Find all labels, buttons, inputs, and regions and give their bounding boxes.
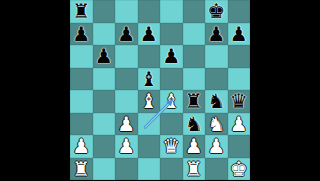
square-d3[interactable] (138, 113, 161, 136)
square-d6[interactable] (138, 45, 161, 68)
piece-black-pawn[interactable]: ♟ (230, 22, 248, 45)
piece-black-knight[interactable]: ♞ (185, 112, 203, 135)
letterbox-left (0, 0, 70, 180)
piece-white-king[interactable]: ♚ (230, 157, 248, 180)
square-g4[interactable]: ♞ (205, 90, 228, 113)
square-d5[interactable]: ♝ (138, 68, 161, 91)
piece-white-pawn[interactable]: ♟ (117, 112, 135, 135)
square-f4[interactable]: ♜ (183, 90, 206, 113)
piece-white-bishop[interactable]: ♝ (162, 90, 180, 113)
letterbox-right (250, 0, 320, 180)
piece-black-rook[interactable]: ♜ (185, 90, 203, 113)
square-a8[interactable]: ♜ (70, 0, 93, 23)
square-c1[interactable] (115, 158, 138, 181)
piece-white-pawn[interactable]: ♟ (207, 135, 225, 158)
piece-white-pawn[interactable]: ♟ (117, 135, 135, 158)
square-g8[interactable]: ♚ (205, 0, 228, 23)
piece-black-bishop[interactable]: ♝ (140, 67, 158, 90)
square-f6[interactable] (183, 45, 206, 68)
square-d7[interactable]: ♟ (138, 23, 161, 46)
square-h8[interactable] (228, 0, 251, 23)
square-b2[interactable] (93, 135, 116, 158)
piece-black-queen[interactable]: ♛ (230, 90, 248, 113)
square-b8[interactable] (93, 0, 116, 23)
square-a5[interactable] (70, 68, 93, 91)
square-h4[interactable]: ♛ (228, 90, 251, 113)
square-h1[interactable]: ♚ (228, 158, 251, 181)
piece-black-knight[interactable]: ♞ (207, 90, 225, 113)
square-g3[interactable]: ♞ (205, 113, 228, 136)
square-f7[interactable] (183, 23, 206, 46)
square-e6[interactable]: ♟ (160, 45, 183, 68)
square-g5[interactable] (205, 68, 228, 91)
square-c3[interactable]: ♟ (115, 113, 138, 136)
square-f2[interactable]: ♟ (183, 135, 206, 158)
piece-white-pawn[interactable]: ♟ (230, 112, 248, 135)
square-f8[interactable] (183, 0, 206, 23)
square-h6[interactable] (228, 45, 251, 68)
square-a1[interactable]: ♜ (70, 158, 93, 181)
piece-black-pawn[interactable]: ♟ (72, 22, 90, 45)
piece-white-rook[interactable]: ♜ (185, 157, 203, 180)
square-b3[interactable] (93, 113, 116, 136)
square-a4[interactable] (70, 90, 93, 113)
piece-white-pawn[interactable]: ♟ (72, 135, 90, 158)
piece-black-pawn[interactable]: ♟ (162, 45, 180, 68)
piece-black-pawn[interactable]: ♟ (140, 22, 158, 45)
piece-white-knight[interactable]: ♞ (207, 112, 225, 135)
square-e5[interactable] (160, 68, 183, 91)
board: ♜♚♟♟♟♟♟♟♟♝♝♝♜♞♛♟♞♞♟♟♟♛♟♟♜♜♚ (70, 0, 250, 180)
square-a6[interactable] (70, 45, 93, 68)
square-b4[interactable] (93, 90, 116, 113)
square-b1[interactable] (93, 158, 116, 181)
square-d4[interactable]: ♝ (138, 90, 161, 113)
square-b7[interactable] (93, 23, 116, 46)
square-g2[interactable]: ♟ (205, 135, 228, 158)
square-c7[interactable]: ♟ (115, 23, 138, 46)
square-b6[interactable]: ♟ (93, 45, 116, 68)
square-h3[interactable]: ♟ (228, 113, 251, 136)
square-b5[interactable] (93, 68, 116, 91)
square-f1[interactable]: ♜ (183, 158, 206, 181)
square-g7[interactable]: ♟ (205, 23, 228, 46)
square-e4[interactable]: ♝ (160, 90, 183, 113)
square-d1[interactable] (138, 158, 161, 181)
square-g1[interactable] (205, 158, 228, 181)
square-e2[interactable]: ♛ (160, 135, 183, 158)
square-e8[interactable] (160, 0, 183, 23)
square-c5[interactable] (115, 68, 138, 91)
piece-white-pawn[interactable]: ♟ (185, 135, 203, 158)
square-c4[interactable] (115, 90, 138, 113)
piece-white-queen[interactable]: ♛ (162, 135, 180, 158)
square-c8[interactable] (115, 0, 138, 23)
piece-black-king[interactable]: ♚ (207, 0, 225, 22)
square-e3[interactable] (160, 113, 183, 136)
square-h2[interactable] (228, 135, 251, 158)
square-f3[interactable]: ♞ (183, 113, 206, 136)
piece-black-pawn[interactable]: ♟ (117, 22, 135, 45)
square-f5[interactable] (183, 68, 206, 91)
square-g6[interactable] (205, 45, 228, 68)
piece-white-bishop[interactable]: ♝ (140, 90, 158, 113)
square-a2[interactable]: ♟ (70, 135, 93, 158)
piece-black-pawn[interactable]: ♟ (207, 22, 225, 45)
square-h5[interactable] (228, 68, 251, 91)
square-e1[interactable] (160, 158, 183, 181)
square-d2[interactable] (138, 135, 161, 158)
square-e7[interactable] (160, 23, 183, 46)
piece-white-rook[interactable]: ♜ (72, 157, 90, 180)
piece-black-pawn[interactable]: ♟ (95, 45, 113, 68)
square-c2[interactable]: ♟ (115, 135, 138, 158)
square-c6[interactable] (115, 45, 138, 68)
square-a7[interactable]: ♟ (70, 23, 93, 46)
square-a3[interactable] (70, 113, 93, 136)
game-screen: ♜♚♟♟♟♟♟♟♟♝♝♝♜♞♛♟♞♞♟♟♟♛♟♟♜♜♚ (0, 0, 320, 180)
piece-black-rook[interactable]: ♜ (72, 0, 90, 22)
square-d8[interactable] (138, 0, 161, 23)
square-h7[interactable]: ♟ (228, 23, 251, 46)
